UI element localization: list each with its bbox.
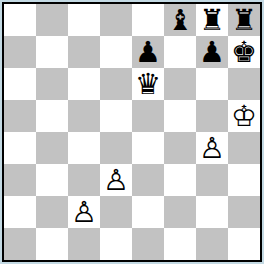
square-d5[interactable] [100,100,132,132]
square-c6[interactable] [68,68,100,100]
square-e5[interactable] [132,100,164,132]
square-e4[interactable] [132,132,164,164]
square-e1[interactable] [132,228,164,260]
square-h7[interactable]: ♚ [228,36,260,68]
square-d6[interactable] [100,68,132,100]
square-g1[interactable] [196,228,228,260]
square-c8[interactable] [68,4,100,36]
square-g5[interactable] [196,100,228,132]
square-e2[interactable] [132,196,164,228]
square-c5[interactable] [68,100,100,132]
piece-white-pawn: ♙ [199,132,225,164]
square-g6[interactable] [196,68,228,100]
square-f8[interactable]: ♝ [164,4,196,36]
square-b8[interactable] [36,4,68,36]
square-c2[interactable]: ♙ [68,196,100,228]
square-b2[interactable] [36,196,68,228]
square-d2[interactable] [100,196,132,228]
square-c3[interactable] [68,164,100,196]
square-d3[interactable]: ♙ [100,164,132,196]
square-a7[interactable] [4,36,36,68]
piece-white-pawn: ♙ [71,196,97,228]
square-h8[interactable]: ♜ [228,4,260,36]
square-b6[interactable] [36,68,68,100]
square-g4[interactable]: ♙ [196,132,228,164]
square-a2[interactable] [4,196,36,228]
square-a8[interactable] [4,4,36,36]
square-f6[interactable] [164,68,196,100]
square-e8[interactable] [132,4,164,36]
square-g2[interactable] [196,196,228,228]
chess-board: ♝♜♜♟♟♚♛♔♙♙♙ [2,2,262,262]
square-e7[interactable]: ♟ [132,36,164,68]
square-e6[interactable]: ♛ [132,68,164,100]
square-b5[interactable] [36,100,68,132]
square-d1[interactable] [100,228,132,260]
square-f4[interactable] [164,132,196,164]
square-b7[interactable] [36,36,68,68]
square-f7[interactable] [164,36,196,68]
square-f5[interactable] [164,100,196,132]
square-d8[interactable] [100,4,132,36]
square-a1[interactable] [4,228,36,260]
square-g7[interactable]: ♟ [196,36,228,68]
square-f3[interactable] [164,164,196,196]
square-a6[interactable] [4,68,36,100]
square-f1[interactable] [164,228,196,260]
square-a5[interactable] [4,100,36,132]
square-b3[interactable] [36,164,68,196]
square-a4[interactable] [4,132,36,164]
square-h1[interactable] [228,228,260,260]
piece-black-rook: ♜ [199,4,225,36]
square-b1[interactable] [36,228,68,260]
square-c7[interactable] [68,36,100,68]
square-c4[interactable] [68,132,100,164]
square-g3[interactable] [196,164,228,196]
square-h2[interactable] [228,196,260,228]
piece-black-pawn: ♟ [135,36,161,68]
square-h6[interactable] [228,68,260,100]
piece-black-queen: ♛ [135,68,161,100]
square-c1[interactable] [68,228,100,260]
square-a3[interactable] [4,164,36,196]
piece-black-king: ♚ [231,36,257,68]
square-g8[interactable]: ♜ [196,4,228,36]
piece-white-king: ♔ [231,100,257,132]
piece-black-bishop: ♝ [167,4,193,36]
square-e3[interactable] [132,164,164,196]
square-f2[interactable] [164,196,196,228]
square-d4[interactable] [100,132,132,164]
square-h3[interactable] [228,164,260,196]
piece-black-pawn: ♟ [199,36,225,68]
piece-black-rook: ♜ [231,4,257,36]
square-h5[interactable]: ♔ [228,100,260,132]
square-b4[interactable] [36,132,68,164]
board-frame: ♝♜♜♟♟♚♛♔♙♙♙ [0,0,264,264]
square-d7[interactable] [100,36,132,68]
piece-white-pawn: ♙ [103,164,129,196]
square-h4[interactable] [228,132,260,164]
